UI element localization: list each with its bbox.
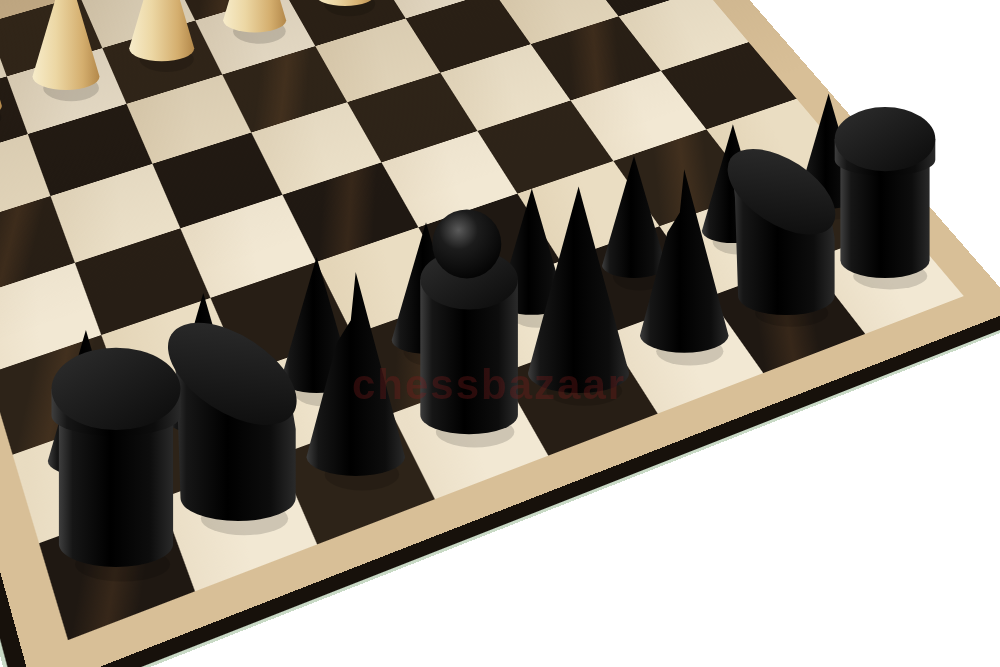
chess-board (0, 0, 1000, 667)
product-photo: chessbazaar (0, 0, 1000, 667)
